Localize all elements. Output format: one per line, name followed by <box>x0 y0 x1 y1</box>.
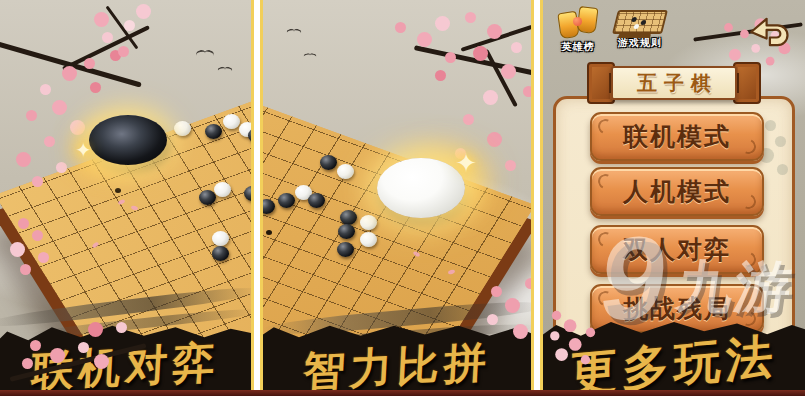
white-stone <box>239 122 255 137</box>
rules-label: 游戏规则 <box>618 36 662 50</box>
hero-white-stone <box>377 158 465 218</box>
bottom-wood-strip <box>0 390 805 396</box>
bird-icon <box>304 53 317 59</box>
white-stone <box>174 121 191 136</box>
white-stone <box>212 231 229 246</box>
two-player-mode-label: 双人对弈 <box>623 233 731 266</box>
back-arrow-icon <box>749 14 793 50</box>
black-stone <box>278 193 295 208</box>
star-point <box>115 188 121 193</box>
title-plaque: 五子棋 <box>587 62 761 104</box>
white-stone <box>223 114 240 129</box>
vs-ai-mode-button[interactable]: 人机模式 <box>590 167 764 216</box>
plaque-bracket-right-icon <box>733 62 761 104</box>
blossom-cluster <box>30 340 41 351</box>
black-stone <box>244 186 255 201</box>
gomoku-promo-screenshot: 联机对弈 智力比拼 英雄榜 游戏规则 <box>0 0 805 396</box>
blossom-cluster <box>552 311 561 320</box>
hero-black-stone <box>89 115 167 165</box>
bird-icon <box>287 29 301 36</box>
white-stone <box>360 215 377 230</box>
white-stone <box>214 182 231 197</box>
white-stone <box>337 164 354 179</box>
title-banner: 五子棋 <box>611 66 737 100</box>
black-stone <box>320 155 337 170</box>
black-stone <box>338 224 355 239</box>
black-stone <box>199 190 216 205</box>
two-player-mode-button[interactable]: 双人对弈 <box>590 225 764 274</box>
black-stone <box>337 242 354 257</box>
blossom-cluster <box>84 58 95 69</box>
blossom-cluster <box>18 218 29 229</box>
panel-online-play-promo: 联机对弈 <box>0 0 254 396</box>
leaderboard-button[interactable]: 英雄榜 <box>557 6 599 54</box>
panel-brain-battle-promo: 智力比拼 <box>260 0 534 396</box>
bird-icon <box>196 50 214 59</box>
blossom-cluster <box>724 23 733 32</box>
black-stone <box>340 210 357 225</box>
star-point <box>266 230 272 235</box>
bird-icon <box>218 67 232 74</box>
rules-button[interactable]: 游戏规则 <box>615 6 665 50</box>
black-stone <box>308 193 325 208</box>
trophy-icon <box>557 6 599 38</box>
panel-main-menu: 英雄榜 游戏规则 五子棋 联机模式 人机模式 <box>540 0 805 396</box>
leaderboard-label: 英雄榜 <box>562 40 595 54</box>
online-mode-button[interactable]: 联机模式 <box>590 112 764 161</box>
vs-ai-mode-label: 人机模式 <box>623 175 731 208</box>
white-stone <box>360 232 377 247</box>
trophy-gem <box>573 17 582 26</box>
game-title: 五子棋 <box>630 70 718 97</box>
go-board-icon <box>612 10 668 34</box>
online-mode-label: 联机模式 <box>623 120 731 153</box>
black-stone <box>260 199 275 214</box>
blossom-cluster <box>445 52 456 63</box>
endgame-challenge-label: 挑战残局 <box>623 292 731 325</box>
leaf-print <box>765 120 776 131</box>
back-button[interactable] <box>749 14 793 50</box>
blossom-cluster <box>491 286 502 297</box>
black-stone <box>205 124 222 139</box>
black-stone <box>212 246 229 261</box>
